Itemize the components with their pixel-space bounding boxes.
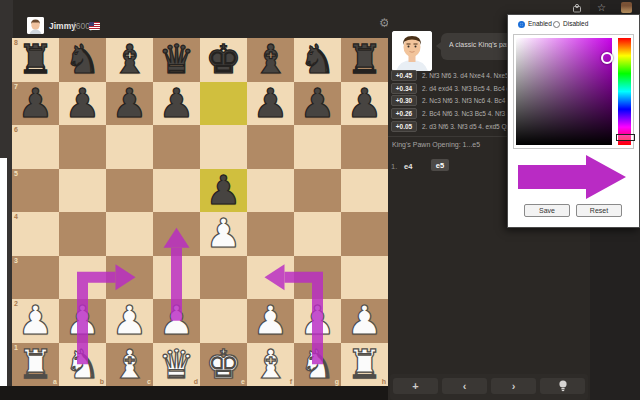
square-h7[interactable]: ♟: [341, 82, 388, 126]
square-g8[interactable]: ♞: [294, 38, 341, 82]
coach-avatar-image: [392, 31, 432, 71]
saturation-cursor[interactable]: [601, 52, 613, 64]
white-knight-g1[interactable]: ♞: [294, 343, 341, 387]
eval-badge: +0.45: [391, 70, 417, 81]
scrollbar[interactable]: [0, 158, 7, 390]
enabled-radio[interactable]: [518, 21, 525, 28]
square-c3[interactable]: [106, 256, 153, 300]
square-f7[interactable]: ♟: [247, 82, 294, 126]
white-queen-d1[interactable]: ♛: [153, 343, 200, 387]
white-pawn-g2[interactable]: ♟: [294, 299, 341, 343]
square-f4[interactable]: [247, 212, 294, 256]
square-h2[interactable]: ♟: [341, 299, 388, 343]
black-pawn-f7[interactable]: ♟: [247, 82, 294, 126]
square-d1[interactable]: d♛: [153, 343, 200, 387]
forward-button[interactable]: ›: [491, 378, 536, 394]
white-king-e1[interactable]: ♚: [200, 343, 247, 387]
navigation-bar: + ‹ ›: [390, 374, 588, 400]
square-d7[interactable]: ♟: [153, 82, 200, 126]
square-g2[interactable]: ♟: [294, 299, 341, 343]
white-pawn-c2[interactable]: ♟: [106, 299, 153, 343]
save-button[interactable]: Save: [524, 204, 570, 217]
square-f5[interactable]: [247, 169, 294, 213]
square-e7[interactable]: [200, 82, 247, 126]
black-pawn-g7[interactable]: ♟: [294, 82, 341, 126]
square-a2[interactable]: 2♟: [12, 299, 59, 343]
player-name: Jimmy: [49, 21, 76, 31]
player-avatar-image: [27, 17, 44, 34]
saturation-square[interactable]: [516, 38, 612, 145]
square-c1[interactable]: c♝: [106, 343, 153, 387]
player-bar: Jimmy (600) ⚙: [13, 0, 388, 38]
square-e1[interactable]: e♚: [200, 343, 247, 387]
square-e4[interactable]: ♟: [200, 212, 247, 256]
white-pawn-e4[interactable]: ♟: [200, 212, 247, 256]
move-number: 1.: [391, 162, 397, 171]
square-d4[interactable]: [153, 212, 200, 256]
square-h5[interactable]: [341, 169, 388, 213]
square-b5[interactable]: [59, 169, 106, 213]
white-bishop-c1[interactable]: ♝: [106, 343, 153, 387]
square-d6[interactable]: [153, 125, 200, 169]
move-black-selected[interactable]: e5: [431, 159, 449, 171]
square-f6[interactable]: [247, 125, 294, 169]
square-h8[interactable]: ♜: [341, 38, 388, 82]
eval-badge: +0.30: [391, 95, 417, 106]
rank-label-4: 4: [14, 213, 18, 220]
eval-badge: +0.26: [391, 108, 417, 119]
hint-button[interactable]: [540, 378, 585, 394]
black-bishop-f8[interactable]: ♝: [247, 38, 294, 82]
move-white[interactable]: e4: [404, 162, 412, 171]
square-a4[interactable]: 4: [12, 212, 59, 256]
black-queen-d8[interactable]: ♛: [153, 38, 200, 82]
extension-popup: Enabled Disabled Save Reset: [507, 14, 640, 228]
square-c5[interactable]: [106, 169, 153, 213]
black-bishop-c8[interactable]: ♝: [106, 38, 153, 82]
reset-button[interactable]: Reset: [576, 204, 622, 217]
lightbulb-icon: [558, 379, 568, 393]
color-picker: [513, 34, 634, 149]
black-pawn-c7[interactable]: ♟: [106, 82, 153, 126]
square-f8[interactable]: ♝: [247, 38, 294, 82]
extensions-icon[interactable]: [572, 3, 582, 13]
square-d5[interactable]: [153, 169, 200, 213]
white-pawn-d2[interactable]: ♟: [153, 299, 200, 343]
browser-profile-avatar[interactable]: [621, 2, 632, 13]
white-pawn-h2[interactable]: ♟: [341, 299, 388, 343]
square-d8[interactable]: ♛: [153, 38, 200, 82]
white-bishop-f1[interactable]: ♝: [247, 343, 294, 387]
white-pawn-f2[interactable]: ♟: [247, 299, 294, 343]
speech-bubble-tail: [436, 42, 441, 50]
square-b8[interactable]: ♞: [59, 38, 106, 82]
square-a7[interactable]: 7♟: [12, 82, 59, 126]
square-b6[interactable]: [59, 125, 106, 169]
square-b7[interactable]: ♟: [59, 82, 106, 126]
square-g1[interactable]: g♞: [294, 343, 341, 387]
square-c7[interactable]: ♟: [106, 82, 153, 126]
square-a1[interactable]: 1a♜: [12, 343, 59, 387]
enabled-label: Enabled: [528, 20, 552, 27]
black-king-e8[interactable]: ♚: [200, 38, 247, 82]
black-knight-b8[interactable]: ♞: [59, 38, 106, 82]
square-g5[interactable]: [294, 169, 341, 213]
square-h1[interactable]: h♜: [341, 343, 388, 387]
square-e5[interactable]: ♟: [200, 169, 247, 213]
rank-label-5: 5: [14, 170, 18, 177]
black-rook-h8[interactable]: ♜: [341, 38, 388, 82]
square-a6[interactable]: 6: [12, 125, 59, 169]
square-d2[interactable]: ♟: [153, 299, 200, 343]
chess-board[interactable]: 8♜♞♝♛♚♝♞♜7♟♟♟♟♟♟♟65♟4♟32♟♟♟♟♟♟♟1a♜b♞c♝d♛…: [12, 38, 388, 386]
square-a3[interactable]: 3: [12, 256, 59, 300]
black-pawn-d7[interactable]: ♟: [153, 82, 200, 126]
square-h3[interactable]: [341, 256, 388, 300]
eval-badge: +0.05: [391, 121, 417, 132]
disabled-radio[interactable]: [553, 21, 560, 28]
hue-slider-handle[interactable]: [616, 134, 635, 141]
black-knight-g8[interactable]: ♞: [294, 38, 341, 82]
us-flag-icon: [89, 22, 100, 30]
square-b3[interactable]: [59, 256, 106, 300]
add-button[interactable]: +: [393, 378, 438, 394]
square-e2[interactable]: [200, 299, 247, 343]
square-g4[interactable]: [294, 212, 341, 256]
square-b1[interactable]: b♞: [59, 343, 106, 387]
disabled-label: Disabled: [563, 20, 588, 27]
black-pawn-h7[interactable]: ♟: [341, 82, 388, 126]
rank-label-6: 6: [14, 126, 18, 133]
square-c6[interactable]: [106, 125, 153, 169]
rank-label-3: 3: [14, 257, 18, 264]
square-b4[interactable]: [59, 212, 106, 256]
white-pawn-a2[interactable]: ♟: [12, 299, 59, 343]
black-pawn-e5[interactable]: ♟: [200, 169, 247, 213]
square-g3[interactable]: [294, 256, 341, 300]
square-f1[interactable]: f♝: [247, 343, 294, 387]
arrow-color-preview: [508, 153, 640, 201]
hue-slider[interactable]: [618, 38, 631, 145]
white-rook-h1[interactable]: ♜: [341, 343, 388, 387]
square-c2[interactable]: ♟: [106, 299, 153, 343]
star-icon[interactable]: ☆: [597, 2, 606, 13]
white-pawn-b2[interactable]: ♟: [59, 299, 106, 343]
square-f3[interactable]: [247, 256, 294, 300]
square-b2[interactable]: ♟: [59, 299, 106, 343]
square-h6[interactable]: [341, 125, 388, 169]
black-rook-a8[interactable]: ♜: [12, 38, 59, 82]
white-knight-b1[interactable]: ♞: [59, 343, 106, 387]
eval-badge: +0.34: [391, 83, 417, 94]
black-pawn-b7[interactable]: ♟: [59, 82, 106, 126]
square-a8[interactable]: 8♜: [12, 38, 59, 82]
square-a5[interactable]: 5: [12, 169, 59, 213]
square-f2[interactable]: ♟: [247, 299, 294, 343]
white-rook-a1[interactable]: ♜: [12, 343, 59, 387]
black-pawn-a7[interactable]: ♟: [12, 82, 59, 126]
coach-avatar: [392, 31, 432, 71]
square-h4[interactable]: [341, 212, 388, 256]
opening-name: King's Pawn Opening: 1...e5: [392, 141, 480, 148]
square-g7[interactable]: ♟: [294, 82, 341, 126]
square-e3[interactable]: [200, 256, 247, 300]
square-c4[interactable]: [106, 212, 153, 256]
below-board-strip: [0, 386, 388, 400]
square-c8[interactable]: ♝: [106, 38, 153, 82]
square-g6[interactable]: [294, 125, 341, 169]
square-e6[interactable]: [200, 125, 247, 169]
back-button[interactable]: ‹: [442, 378, 487, 394]
player-avatar[interactable]: [27, 17, 44, 34]
square-e8[interactable]: ♚: [200, 38, 247, 82]
square-d3[interactable]: [153, 256, 200, 300]
